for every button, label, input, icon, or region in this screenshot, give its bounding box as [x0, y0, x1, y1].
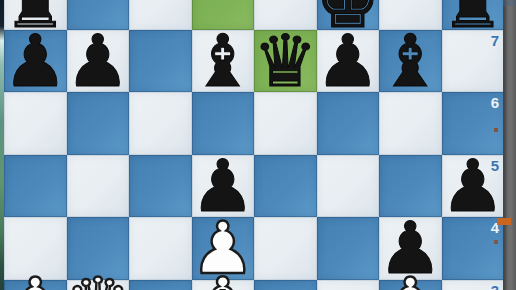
square-b7[interactable]: ♟ — [67, 30, 130, 93]
piece-black-B-g7[interactable]: ♝ — [379, 30, 442, 93]
square-e3[interactable] — [254, 280, 317, 290]
square-g7[interactable]: ♝ — [379, 30, 442, 93]
square-c8[interactable] — [129, 0, 192, 30]
square-a3[interactable]: ♟ — [4, 280, 67, 290]
piece-black-P-a7[interactable]: ♟ — [4, 30, 67, 93]
square-c7[interactable] — [129, 30, 192, 93]
square-e7[interactable]: ♛ — [254, 30, 317, 93]
square-e5[interactable] — [254, 155, 317, 218]
piece-white-P-a3[interactable]: ♟ — [4, 273, 67, 290]
rank-label-5: 5 — [491, 157, 499, 174]
piece-white-P-g3[interactable]: ♟ — [379, 273, 442, 290]
scroll-marker-faint — [494, 128, 498, 132]
chess-board: ♜♚♜♟♟♝♛♟♝76♟♟5♟♟4♟♛♝♟3 — [4, 0, 504, 290]
chess-app-screenshot: ♜♚♜♟♟♝♛♟♝76♟♟5♟♟4♟♛♝♟3 — [0, 0, 516, 290]
piece-white-B-d3[interactable]: ♝ — [192, 273, 255, 290]
square-f7[interactable]: ♟ — [317, 30, 380, 93]
piece-black-P-b7[interactable]: ♟ — [67, 30, 130, 93]
square-a7[interactable]: ♟ — [4, 30, 67, 93]
square-f5[interactable] — [317, 155, 380, 218]
rank-label-7: 7 — [491, 32, 499, 49]
square-a5[interactable] — [4, 155, 67, 218]
square-g3[interactable]: ♟ — [379, 280, 442, 290]
square-h8[interactable]: ♜ — [442, 0, 505, 30]
square-h5[interactable]: ♟5 — [442, 155, 505, 218]
square-c5[interactable] — [129, 155, 192, 218]
square-f4[interactable] — [317, 217, 380, 280]
square-d3[interactable]: ♝ — [192, 280, 255, 290]
scroll-marker-faint — [494, 240, 498, 244]
square-c3[interactable] — [129, 280, 192, 290]
square-b3[interactable]: ♛ — [67, 280, 130, 290]
square-h3[interactable]: 3 — [442, 280, 505, 290]
piece-white-Q-b3[interactable]: ♛ — [67, 273, 130, 290]
piece-black-B-d7[interactable]: ♝ — [192, 30, 255, 93]
piece-black-R-h8[interactable]: ♜ — [442, 0, 505, 34]
piece-black-P-f7[interactable]: ♟ — [317, 30, 380, 93]
rank-label-3: 3 — [491, 282, 499, 290]
rank-label-6: 6 — [491, 94, 499, 111]
square-b5[interactable] — [67, 155, 130, 218]
square-c4[interactable] — [129, 217, 192, 280]
square-d7[interactable]: ♝ — [192, 30, 255, 93]
square-c6[interactable] — [129, 92, 192, 155]
scroll-marker-orange — [497, 218, 511, 225]
piece-black-Q-e7[interactable]: ♛ — [254, 30, 317, 93]
square-e4[interactable] — [254, 217, 317, 280]
square-f3[interactable] — [317, 280, 380, 290]
